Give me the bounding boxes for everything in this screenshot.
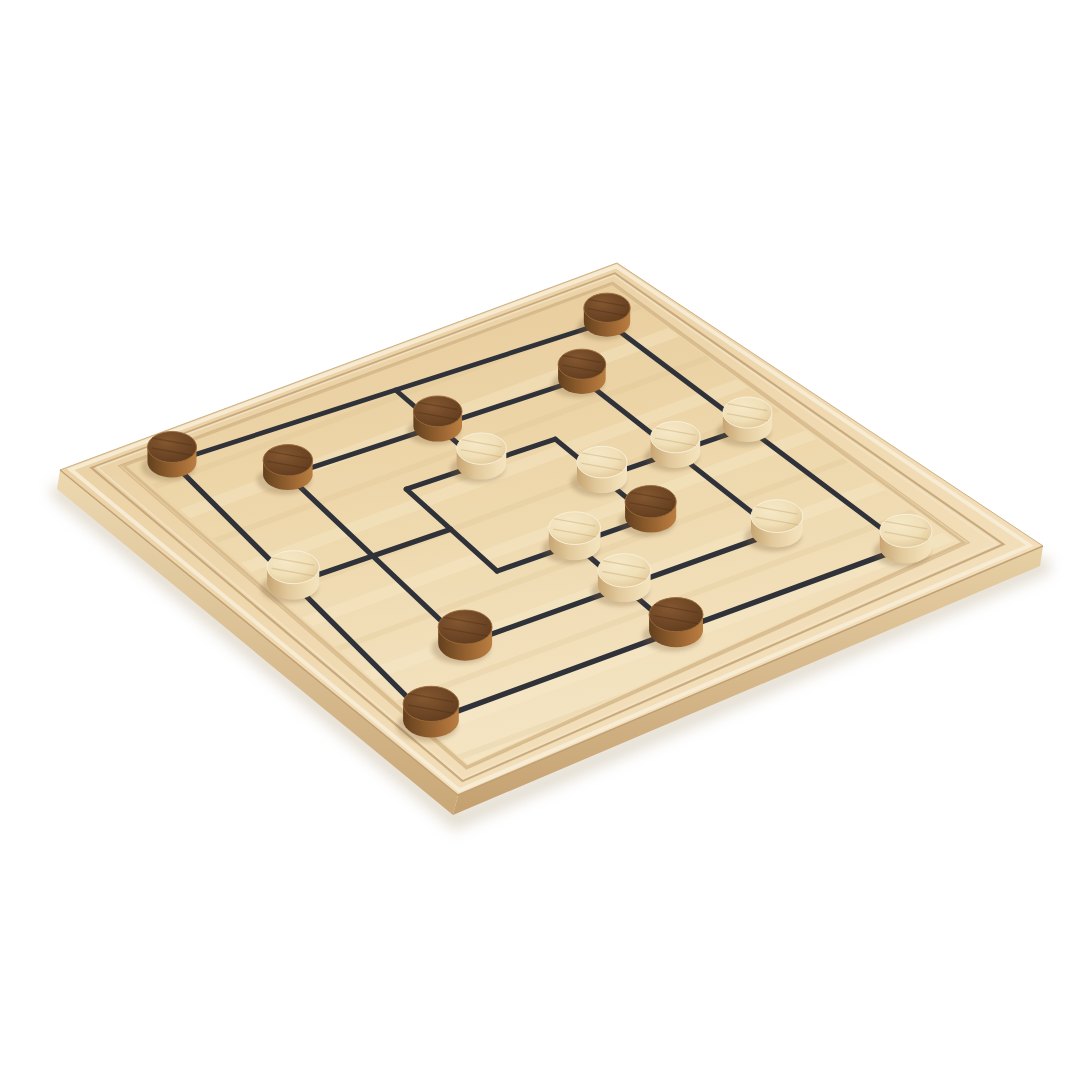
piece-top (263, 445, 313, 476)
piece-top (457, 433, 507, 464)
piece-top (880, 514, 932, 547)
piece-top (413, 396, 462, 427)
piece-top (558, 349, 606, 379)
piece-top (267, 551, 319, 584)
board-photo-svg (0, 0, 1080, 1080)
piece-top (403, 686, 459, 721)
piece-top (598, 554, 651, 587)
piece-top (148, 432, 197, 463)
piece-top (649, 598, 703, 632)
board (0, 142, 1080, 889)
piece-top (577, 446, 627, 478)
nine-mens-morris-board-photo (0, 0, 1080, 1080)
piece-top (625, 486, 676, 518)
piece-top (651, 421, 701, 452)
piece-top (584, 293, 630, 322)
piece-top (549, 512, 601, 545)
piece-top (723, 397, 772, 428)
piece-top (438, 610, 492, 644)
piece-top (751, 500, 803, 533)
